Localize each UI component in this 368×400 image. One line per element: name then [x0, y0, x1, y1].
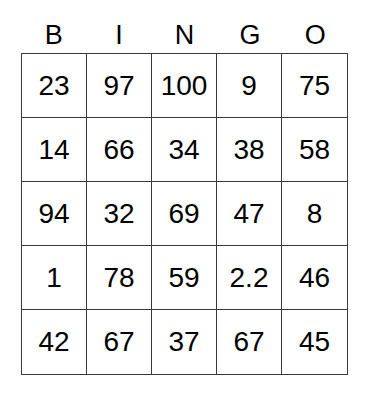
bingo-cell[interactable]: 9 [217, 54, 282, 118]
bingo-cell[interactable]: 1 [22, 246, 87, 310]
bingo-cell[interactable]: 38 [217, 118, 282, 182]
bingo-cell[interactable]: 67 [87, 310, 152, 374]
bingo-cell[interactable]: 32 [87, 182, 152, 246]
header-letter-g: G [217, 18, 282, 53]
bingo-cell[interactable]: 14 [22, 118, 87, 182]
header-letter-o: O [283, 18, 348, 53]
bingo-cell[interactable]: 45 [282, 310, 347, 374]
bingo-cell[interactable]: 46 [282, 246, 347, 310]
bingo-cell[interactable]: 23 [22, 54, 87, 118]
header-letter-b: B [21, 18, 86, 53]
bingo-card: B I N G O 23 97 100 9 75 14 66 34 38 58 … [21, 18, 348, 375]
bingo-cell[interactable]: 78 [87, 246, 152, 310]
bingo-cell[interactable]: 94 [22, 182, 87, 246]
bingo-board: 23 97 100 9 75 14 66 34 38 58 94 32 69 4… [21, 53, 348, 375]
bingo-cell[interactable]: 37 [152, 310, 217, 374]
bingo-header: B I N G O [21, 18, 348, 53]
bingo-cell[interactable]: 47 [217, 182, 282, 246]
bingo-cell[interactable]: 42 [22, 310, 87, 374]
bingo-cell[interactable]: 34 [152, 118, 217, 182]
bingo-cell[interactable]: 8 [282, 182, 347, 246]
bingo-cell[interactable]: 58 [282, 118, 347, 182]
bingo-cell[interactable]: 75 [282, 54, 347, 118]
header-letter-n: N [152, 18, 217, 53]
bingo-cell[interactable]: 2.2 [217, 246, 282, 310]
bingo-cell[interactable]: 59 [152, 246, 217, 310]
bingo-cell[interactable]: 69 [152, 182, 217, 246]
bingo-cell[interactable]: 67 [217, 310, 282, 374]
header-letter-i: I [86, 18, 151, 53]
bingo-cell[interactable]: 66 [87, 118, 152, 182]
bingo-cell[interactable]: 100 [152, 54, 217, 118]
bingo-cell[interactable]: 97 [87, 54, 152, 118]
